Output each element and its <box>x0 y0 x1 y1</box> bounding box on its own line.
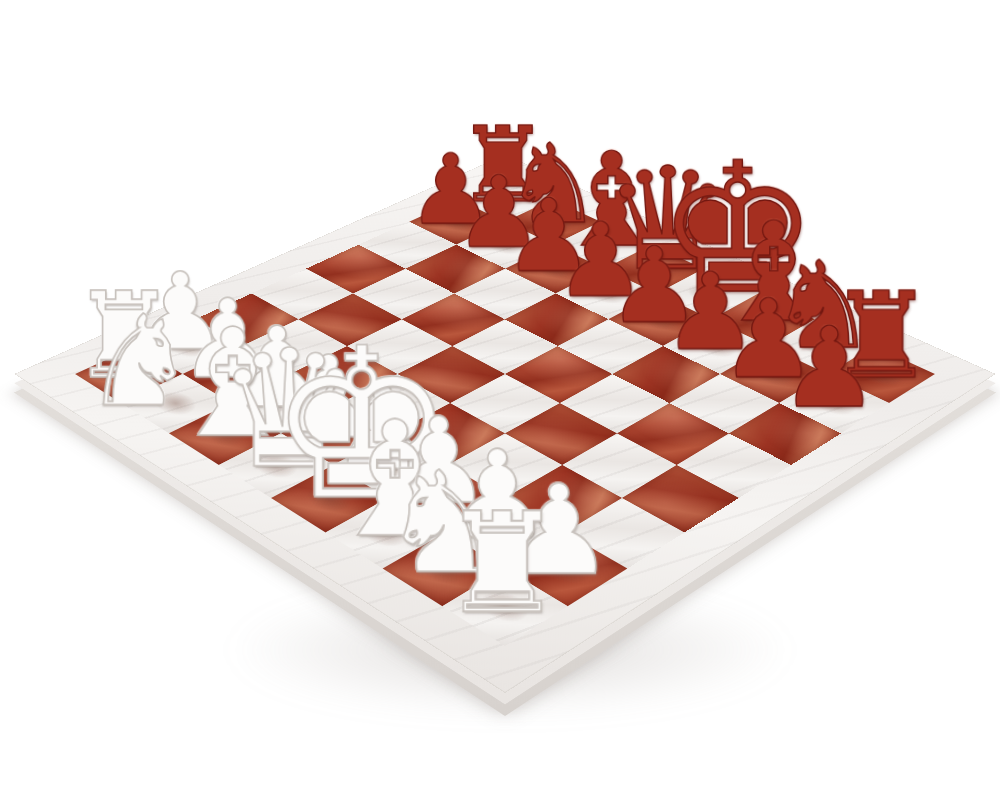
square-h7: ♟ <box>779 374 889 433</box>
square-h1: ♜ <box>442 569 567 646</box>
red-pawn-h7: ♟ <box>780 324 858 413</box>
chessboard: ♜♞♝♛♚♝♞♜♟♟♟♟♟♟♟♟♟♟♟♟♟♟♟♟♜♞♝♛♚♝♞♜ <box>14 155 995 694</box>
square-h4 <box>622 465 739 532</box>
board-grid: ♜♞♝♛♚♝♞♜♟♟♟♟♟♟♟♟♟♟♟♟♟♟♟♟♜♞♝♛♚♝♞♜ <box>75 178 935 646</box>
scene: ♜♞♝♛♚♝♞♜♟♟♟♟♟♟♟♟♟♟♟♟♟♟♟♟♜♞♝♛♚♝♞♜ <box>158 27 852 721</box>
chess-set-photo: ♜♞♝♛♚♝♞♜♟♟♟♟♟♟♟♟♟♟♟♟♟♟♟♟♜♞♝♛♚♝♞♜ <box>0 0 1000 800</box>
white-rook-h1: ♜ <box>440 508 529 619</box>
board-surface: ♜♞♝♛♚♝♞♜♟♟♟♟♟♟♟♟♟♟♟♟♟♟♟♟♜♞♝♛♚♝♞♜ <box>14 155 995 694</box>
